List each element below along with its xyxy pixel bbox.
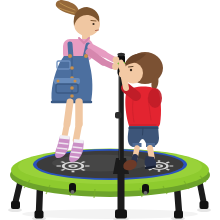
leg-foot-cap: [200, 201, 209, 209]
brass-button: [70, 66, 74, 70]
leg-foot-cap: [35, 211, 44, 219]
trampoline-kids-illustration: [0, 0, 220, 220]
boy-eyebrow: [129, 67, 134, 68]
brass-button: [74, 80, 77, 83]
boy-hand: [118, 62, 125, 69]
pole-top-cap: [117, 53, 125, 57]
leg-foot-cap: [115, 210, 127, 219]
floor-shadow: [22, 209, 198, 219]
strap-button: [68, 54, 72, 58]
strap-button: [84, 54, 88, 58]
boy-sleeve: [148, 88, 162, 108]
boy-hand: [119, 70, 126, 77]
girl-leg: [67, 102, 70, 124]
trampoline-body: [10, 149, 210, 199]
leg-foot-cap: [174, 211, 183, 219]
girl-eyebrow: [91, 21, 96, 22]
product-photo-scene: Two children playing on a round mini fit…: [0, 0, 220, 220]
strap-buckle: [71, 190, 75, 194]
girl-hand: [113, 57, 120, 64]
boy-eye: [130, 69, 132, 71]
brass-button: [70, 86, 74, 90]
girl-mouth: [96, 30, 99, 31]
brass-button: [57, 80, 60, 83]
leg-foot-cap: [11, 201, 20, 209]
shorts-fly: [143, 128, 144, 135]
girl-hand: [112, 63, 119, 70]
girl-forearm-sleeve: [103, 62, 112, 66]
girl-calf: [76, 124, 79, 140]
adjustment-knob: [115, 112, 122, 119]
brass-button: [70, 94, 74, 98]
strap-buckle: [144, 191, 148, 195]
girl-eye: [92, 23, 94, 25]
